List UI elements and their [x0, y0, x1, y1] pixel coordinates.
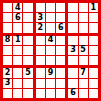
cell-r8c6[interactable] — [56, 79, 65, 88]
cell-r3c3[interactable] — [23, 23, 32, 32]
cell-r4c8[interactable] — [79, 36, 88, 45]
cell-r3c6[interactable]: 6 — [56, 23, 65, 32]
cell-r6c2[interactable] — [13, 56, 22, 65]
cell-r1c3[interactable] — [23, 3, 32, 12]
box-5: 4 — [36, 36, 66, 66]
cell-r3c7[interactable] — [68, 23, 77, 32]
sudoku-board: 46326181435253976 — [0, 0, 101, 101]
cell-r9c1[interactable] — [3, 89, 12, 98]
cell-r6c9[interactable] — [89, 56, 98, 65]
cell-r9c5[interactable] — [46, 89, 55, 98]
cell-r6c4[interactable] — [36, 56, 45, 65]
cell-r6c8[interactable] — [79, 56, 88, 65]
cell-r4c2[interactable]: 1 — [13, 36, 22, 45]
cell-r8c9[interactable] — [89, 79, 98, 88]
cell-r9c8[interactable] — [79, 89, 88, 98]
cell-r4c1[interactable]: 8 — [3, 36, 12, 45]
cell-r2c7[interactable] — [68, 13, 77, 22]
cell-r5c7[interactable]: 3 — [68, 46, 77, 55]
cell-r8c3[interactable] — [23, 79, 32, 88]
cell-r6c1[interactable] — [3, 56, 12, 65]
box-7: 253 — [3, 68, 33, 98]
box-8: 9 — [36, 68, 66, 98]
box-1: 46 — [3, 3, 33, 33]
cell-r6c7[interactable] — [68, 56, 77, 65]
cell-r2c6[interactable] — [56, 13, 65, 22]
cell-r1c6[interactable] — [56, 3, 65, 12]
cell-r9c6[interactable] — [56, 89, 65, 98]
cell-r5c5[interactable] — [46, 46, 55, 55]
cell-r7c5[interactable]: 9 — [46, 68, 55, 77]
cell-r3c2[interactable] — [13, 23, 22, 32]
cell-r1c7[interactable] — [68, 3, 77, 12]
cell-r1c5[interactable] — [46, 3, 55, 12]
cell-r3c8[interactable] — [79, 23, 88, 32]
cell-r4c9[interactable] — [89, 36, 98, 45]
cell-r3c1[interactable] — [3, 23, 12, 32]
cell-r5c2[interactable] — [13, 46, 22, 55]
cell-r4c6[interactable] — [56, 36, 65, 45]
cell-r2c8[interactable] — [79, 13, 88, 22]
cell-r9c4[interactable] — [36, 89, 45, 98]
cell-r2c3[interactable] — [23, 13, 32, 22]
cell-r5c1[interactable] — [3, 46, 12, 55]
box-4: 81 — [3, 36, 33, 66]
cell-r8c2[interactable] — [13, 79, 22, 88]
cell-r8c7[interactable] — [68, 79, 77, 88]
cell-r7c2[interactable] — [13, 68, 22, 77]
cell-r9c9[interactable] — [89, 89, 98, 98]
box-3: 1 — [68, 3, 98, 33]
cell-r8c5[interactable] — [46, 79, 55, 88]
cell-r4c7[interactable] — [68, 36, 77, 45]
cell-r8c8[interactable] — [79, 79, 88, 88]
cell-r5c3[interactable] — [23, 46, 32, 55]
cell-r6c5[interactable] — [46, 56, 55, 65]
cell-r1c4[interactable] — [36, 3, 45, 12]
cell-r5c9[interactable] — [89, 46, 98, 55]
cell-r9c7[interactable]: 6 — [68, 89, 77, 98]
box-9: 76 — [68, 68, 98, 98]
cell-r9c2[interactable] — [13, 89, 22, 98]
cell-r7c8[interactable]: 7 — [79, 68, 88, 77]
cell-r8c4[interactable] — [36, 79, 45, 88]
cell-r5c4[interactable] — [36, 46, 45, 55]
cell-r4c4[interactable] — [36, 36, 45, 45]
box-6: 35 — [68, 36, 98, 66]
cell-r6c6[interactable] — [56, 56, 65, 65]
cell-r4c5[interactable]: 4 — [46, 36, 55, 45]
cell-r3c5[interactable] — [46, 23, 55, 32]
cell-r6c3[interactable] — [23, 56, 32, 65]
cell-r5c6[interactable] — [56, 46, 65, 55]
cell-r1c9[interactable]: 1 — [89, 3, 98, 12]
box-2: 326 — [36, 3, 66, 33]
cell-r7c3[interactable]: 5 — [23, 68, 32, 77]
cell-r8c1[interactable]: 3 — [3, 79, 12, 88]
cell-r7c7[interactable] — [68, 68, 77, 77]
cell-r2c4[interactable]: 3 — [36, 13, 45, 22]
cell-r7c4[interactable] — [36, 68, 45, 77]
cell-r4c3[interactable] — [23, 36, 32, 45]
cell-r2c5[interactable] — [46, 13, 55, 22]
cell-r3c9[interactable] — [89, 23, 98, 32]
cell-r7c1[interactable]: 2 — [3, 68, 12, 77]
cell-r3c4[interactable]: 2 — [36, 23, 45, 32]
cell-r1c1[interactable] — [3, 3, 12, 12]
cell-r5c8[interactable]: 5 — [79, 46, 88, 55]
cell-r9c3[interactable] — [23, 89, 32, 98]
cell-r2c2[interactable]: 6 — [13, 13, 22, 22]
cell-r2c9[interactable] — [89, 13, 98, 22]
cell-r1c8[interactable] — [79, 3, 88, 12]
cell-r7c9[interactable] — [89, 68, 98, 77]
cell-r7c6[interactable] — [56, 68, 65, 77]
cell-r1c2[interactable]: 4 — [13, 3, 22, 12]
cell-r2c1[interactable] — [3, 13, 12, 22]
